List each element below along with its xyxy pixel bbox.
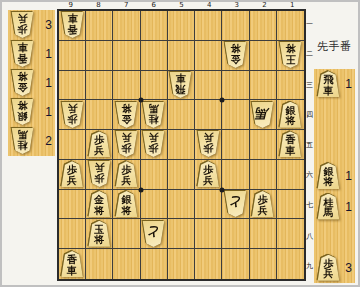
piece-kanji: 金: [122, 113, 132, 124]
piece-face: 歩兵: [142, 131, 165, 157]
sente-piece-玉将: 玉将: [88, 221, 111, 247]
gote-piece-歩兵: 歩兵: [88, 161, 111, 187]
sente-hand-slot-歩兵[interactable]: 歩兵3: [314, 252, 355, 283]
file-label-8: 8: [85, 2, 113, 9]
gote-piece-馬: 馬: [251, 102, 274, 128]
piece-kanji: 車: [18, 42, 28, 53]
piece-kanji: 将: [18, 100, 28, 111]
rank-label-1: 一: [305, 9, 314, 39]
hand-count: 1: [45, 105, 52, 119]
cell-8-1[interactable]: [86, 11, 113, 41]
piece-kanji: 兵: [67, 103, 77, 114]
cell-4-8[interactable]: [195, 219, 222, 249]
cell-8-6[interactable]: 歩兵: [86, 160, 113, 190]
piece-kanji: 将: [285, 116, 295, 127]
piece-kanji: 兵: [122, 176, 132, 187]
piece-kanji: 車: [67, 13, 77, 24]
sente-piece-香車: 香車: [61, 251, 84, 277]
cell-4-9[interactable]: [195, 249, 222, 279]
cell-2-7[interactable]: 歩兵: [250, 190, 277, 220]
sente-piece-歩兵: 歩兵: [61, 161, 84, 187]
cell-5-5[interactable]: [168, 130, 195, 160]
hand-count: 2: [45, 134, 52, 148]
gote-hand-slot-桂馬[interactable]: 桂馬2: [8, 127, 55, 156]
piece-face: 飛車: [169, 72, 192, 98]
cell-8-2[interactable]: [86, 41, 113, 71]
cell-6-8[interactable]: と: [141, 219, 168, 249]
piece-kanji: と: [229, 192, 242, 212]
gote-piece-飛車: 飛車: [169, 72, 192, 98]
sente-piece-桂馬: 桂馬: [317, 194, 340, 220]
cell-3-1[interactable]: [222, 11, 249, 41]
piece-face: 金将: [115, 102, 138, 128]
cell-9-1[interactable]: 香車: [59, 11, 86, 41]
cell-8-4[interactable]: [86, 100, 113, 130]
gote-piece-と: と: [224, 191, 247, 217]
sente-hand-slot-empty-1: [314, 100, 355, 131]
cell-2-9[interactable]: [250, 249, 277, 279]
cell-9-4[interactable]: 歩兵: [59, 100, 86, 130]
rank-label-3: 三: [305, 69, 314, 99]
piece-kanji: 車: [285, 146, 295, 157]
hand-count: 1: [345, 200, 352, 214]
sente-hand-slot-empty-5: [314, 222, 355, 253]
sente-piece-歩兵: 歩兵: [317, 255, 340, 281]
sente-hand-tray: 飛車1銀将1桂馬1歩兵3: [314, 69, 355, 283]
cell-8-3[interactable]: [86, 71, 113, 101]
piece-kanji: 銀: [122, 195, 132, 206]
piece-face: と: [142, 221, 165, 247]
cell-3-3[interactable]: [222, 71, 249, 101]
file-label-5: 5: [168, 2, 196, 9]
piece-kanji: 馬: [324, 208, 334, 219]
piece-kanji: 兵: [94, 146, 104, 157]
piece-face: 香車: [61, 251, 84, 277]
cell-1-6[interactable]: [277, 160, 304, 190]
turn-indicator: 先手番: [317, 39, 359, 54]
piece-kanji: 将: [94, 235, 104, 246]
piece-kanji: 兵: [149, 132, 159, 143]
hand-count: 3: [45, 18, 52, 32]
piece-kanji: 馬: [256, 103, 269, 123]
hand-count: 1: [45, 47, 52, 61]
cell-3-4[interactable]: [222, 100, 249, 130]
piece-face: 馬: [251, 102, 274, 128]
cell-4-7[interactable]: [195, 190, 222, 220]
piece-face: 歩兵: [61, 102, 84, 128]
piece-kanji: 桂: [149, 113, 159, 124]
sente-piece-香車: 香車: [279, 131, 302, 157]
cell-1-3[interactable]: [277, 71, 304, 101]
piece-face: 銀将: [317, 163, 340, 189]
piece-kanji: 飛: [176, 83, 186, 94]
cell-4-5[interactable]: 歩兵: [195, 130, 222, 160]
cell-9-5[interactable]: [59, 130, 86, 160]
file-labels: 987654321: [57, 2, 306, 9]
cell-7-2[interactable]: [113, 41, 140, 71]
piece-face: 王将: [279, 42, 302, 68]
piece-kanji: 馬: [18, 129, 28, 140]
cell-3-6[interactable]: [222, 160, 249, 190]
rank-label-2: 二: [305, 39, 314, 69]
piece-kanji: 兵: [18, 13, 28, 24]
cell-6-4[interactable]: 桂馬: [141, 100, 168, 130]
piece-face: 飛車: [317, 71, 340, 97]
piece-face: 玉将: [88, 221, 111, 247]
piece-kanji: 歩: [149, 143, 159, 154]
piece-kanji: 歩: [122, 143, 132, 154]
piece-kanji: 兵: [122, 132, 132, 143]
cell-5-9[interactable]: [168, 249, 195, 279]
file-label-3: 3: [223, 2, 251, 9]
gote-piece-金将: 金将: [224, 42, 247, 68]
sente-piece-銀将: 銀将: [115, 191, 138, 217]
sente-hand-slot-飛車[interactable]: 飛車1: [314, 69, 355, 100]
cell-2-2[interactable]: [250, 41, 277, 71]
piece-kanji: 銀: [18, 111, 28, 122]
cell-3-7[interactable]: と: [222, 190, 249, 220]
file-label-7: 7: [112, 2, 140, 9]
piece-kanji: 歩: [258, 195, 268, 206]
sente-piece-歩兵: 歩兵: [197, 161, 220, 187]
rank-label-4: 四: [305, 100, 314, 130]
file-label-4: 4: [195, 2, 223, 9]
hand-count: 1: [345, 77, 352, 91]
piece-face: と: [224, 191, 247, 217]
cell-3-2[interactable]: 金将: [222, 41, 249, 71]
cell-7-4[interactable]: 金将: [113, 100, 140, 130]
cell-9-2[interactable]: [59, 41, 86, 71]
sente-piece-金将: 金将: [88, 191, 111, 217]
gote-piece-金将: 金将: [11, 70, 34, 96]
cell-4-6[interactable]: 歩兵: [195, 160, 222, 190]
gote-hand-tray: 歩兵3香車1金将1銀将1桂馬2: [8, 10, 55, 156]
gote-piece-歩兵: 歩兵: [61, 102, 84, 128]
piece-face: 歩兵: [88, 161, 111, 187]
cell-4-2[interactable]: [195, 41, 222, 71]
cell-1-5[interactable]: 香車: [277, 130, 304, 160]
piece-face: 香車: [11, 41, 34, 67]
piece-kanji: 桂: [18, 140, 28, 151]
sente-hand-slot-empty-2: [314, 130, 355, 161]
cell-5-2[interactable]: [168, 41, 195, 71]
cell-9-8[interactable]: [59, 219, 86, 249]
hoshi-dot: [138, 187, 143, 192]
piece-face: 歩兵: [115, 161, 138, 187]
piece-face: 金将: [88, 191, 111, 217]
cell-5-7[interactable]: [168, 190, 195, 220]
gote-piece-王将: 王将: [279, 42, 302, 68]
piece-kanji: 将: [230, 43, 240, 54]
shogi-board: 香車金将王将飛車歩兵金将桂馬馬銀将歩兵歩兵歩兵歩兵香車歩兵歩兵歩兵歩兵金将銀将と…: [57, 9, 306, 281]
piece-kanji: 歩: [203, 143, 213, 154]
cell-9-9[interactable]: 香車: [59, 249, 86, 279]
cell-7-1[interactable]: [113, 11, 140, 41]
piece-kanji: 兵: [324, 269, 334, 280]
piece-kanji: 将: [122, 103, 132, 114]
cell-1-9[interactable]: [277, 249, 304, 279]
piece-kanji: 兵: [258, 206, 268, 217]
piece-kanji: 兵: [67, 176, 77, 187]
cell-2-8[interactable]: [250, 219, 277, 249]
rank-label-7: 七: [305, 190, 314, 220]
file-label-6: 6: [140, 2, 168, 9]
piece-kanji: 将: [18, 71, 28, 82]
gote-piece-歩兵: 歩兵: [197, 131, 220, 157]
piece-kanji: 兵: [94, 162, 104, 173]
cell-9-3[interactable]: [59, 71, 86, 101]
gote-hand-slot-歩兵[interactable]: 歩兵3: [8, 10, 55, 39]
piece-face: 金将: [11, 70, 34, 96]
sente-piece-歩兵: 歩兵: [115, 161, 138, 187]
piece-kanji: 香: [18, 52, 28, 63]
piece-kanji: 将: [324, 177, 334, 188]
gote-piece-と: と: [142, 221, 165, 247]
cell-1-7[interactable]: [277, 190, 304, 220]
rank-label-8: 八: [305, 221, 314, 251]
cell-6-2[interactable]: [141, 41, 168, 71]
gote-piece-金将: 金将: [115, 102, 138, 128]
gote-hand-slot-銀将[interactable]: 銀将1: [8, 98, 55, 127]
cell-6-3[interactable]: [141, 71, 168, 101]
piece-face: 香車: [61, 12, 84, 38]
cell-5-1[interactable]: [168, 11, 195, 41]
sente-piece-飛車: 飛車: [317, 71, 340, 97]
piece-kanji: 歩: [67, 113, 77, 124]
hand-count: 1: [45, 76, 52, 90]
piece-face: 歩兵: [115, 131, 138, 157]
sente-piece-銀将: 銀将: [279, 102, 302, 128]
cell-6-6[interactable]: [141, 160, 168, 190]
cell-1-1[interactable]: [277, 11, 304, 41]
piece-kanji: 金: [230, 54, 240, 65]
cell-7-5[interactable]: 歩兵: [113, 130, 140, 160]
cell-3-5[interactable]: [222, 130, 249, 160]
sente-piece-歩兵: 歩兵: [251, 191, 274, 217]
cell-6-7[interactable]: [141, 190, 168, 220]
piece-kanji: 王: [285, 54, 295, 65]
piece-face: 金将: [224, 42, 247, 68]
file-label-1: 1: [278, 2, 306, 9]
cell-5-6[interactable]: [168, 160, 195, 190]
gote-piece-銀将: 銀将: [11, 99, 34, 125]
rank-label-9: 九: [305, 251, 314, 281]
cell-4-3[interactable]: [195, 71, 222, 101]
cell-2-4[interactable]: 馬: [250, 100, 277, 130]
cell-7-3[interactable]: [113, 71, 140, 101]
gote-piece-桂馬: 桂馬: [11, 128, 34, 154]
piece-kanji: 金: [18, 81, 28, 92]
sente-hand-slot-銀将[interactable]: 銀将1: [314, 161, 355, 192]
rank-label-6: 六: [305, 160, 314, 190]
cell-2-3[interactable]: [250, 71, 277, 101]
piece-face: 桂馬: [142, 102, 165, 128]
hoshi-dot: [220, 98, 225, 103]
cell-4-1[interactable]: [195, 11, 222, 41]
sente-piece-歩兵: 歩兵: [88, 131, 111, 157]
gote-piece-歩兵: 歩兵: [115, 131, 138, 157]
piece-kanji: 歩: [94, 173, 104, 184]
piece-kanji: 馬: [149, 103, 159, 114]
piece-face: 歩兵: [61, 161, 84, 187]
gote-piece-香車: 香車: [11, 41, 34, 67]
gote-piece-桂馬: 桂馬: [142, 102, 165, 128]
piece-kanji: 将: [94, 206, 104, 217]
piece-face: 桂馬: [317, 194, 340, 220]
cell-1-8[interactable]: [277, 219, 304, 249]
cell-6-9[interactable]: [141, 249, 168, 279]
cell-5-4[interactable]: [168, 100, 195, 130]
piece-face: 香車: [279, 131, 302, 157]
piece-kanji: 車: [324, 86, 334, 97]
gote-piece-歩兵: 歩兵: [142, 131, 165, 157]
cell-4-4[interactable]: [195, 100, 222, 130]
hoshi-dot: [138, 98, 143, 103]
cell-8-5[interactable]: 歩兵: [86, 130, 113, 160]
rank-label-5: 五: [305, 130, 314, 160]
file-label-2: 2: [251, 2, 279, 9]
piece-kanji: 兵: [203, 132, 213, 143]
cell-3-8[interactable]: [222, 219, 249, 249]
piece-face: 銀将: [11, 99, 34, 125]
sente-hand-slot-桂馬[interactable]: 桂馬1: [314, 191, 355, 222]
piece-kanji: と: [147, 222, 160, 242]
piece-kanji: 将: [285, 43, 295, 54]
cell-6-1[interactable]: [141, 11, 168, 41]
cell-8-7[interactable]: 金将: [86, 190, 113, 220]
gote-piece-香車: 香車: [61, 12, 84, 38]
cell-8-9[interactable]: [86, 249, 113, 279]
rank-labels: 一二三四五六七八九: [305, 9, 314, 281]
hoshi-dot: [220, 187, 225, 192]
cell-2-5[interactable]: [250, 130, 277, 160]
piece-face: 歩兵: [317, 255, 340, 281]
cell-1-2[interactable]: 王将: [277, 41, 304, 71]
cell-7-9[interactable]: [113, 249, 140, 279]
piece-kanji: 香: [67, 24, 77, 35]
piece-face: 銀将: [115, 191, 138, 217]
cell-2-6[interactable]: [250, 160, 277, 190]
gote-hand-slot-金将[interactable]: 金将1: [8, 68, 55, 97]
hand-count: 1: [345, 169, 352, 183]
cell-8-8[interactable]: 玉将: [86, 219, 113, 249]
sente-piece-銀将: 銀将: [317, 163, 340, 189]
cell-2-1[interactable]: [250, 11, 277, 41]
gote-piece-歩兵: 歩兵: [11, 12, 34, 38]
cell-1-4[interactable]: 銀将: [277, 100, 304, 130]
cell-7-8[interactable]: [113, 219, 140, 249]
piece-face: 銀将: [279, 102, 302, 128]
shogi-diagram: 987654321 香車金将王将飛車歩兵金将桂馬馬銀将歩兵歩兵歩兵歩兵香車歩兵歩…: [0, 0, 360, 287]
cell-9-6[interactable]: 歩兵: [59, 160, 86, 190]
piece-kanji: 将: [122, 206, 132, 217]
cell-5-8[interactable]: [168, 219, 195, 249]
piece-kanji: 金: [94, 195, 104, 206]
cell-7-7[interactable]: 銀将: [113, 190, 140, 220]
gote-hand-slot-香車[interactable]: 香車1: [8, 39, 55, 68]
cell-6-5[interactable]: 歩兵: [141, 130, 168, 160]
piece-kanji: 兵: [203, 176, 213, 187]
piece-face: 歩兵: [251, 191, 274, 217]
piece-face: 歩兵: [88, 131, 111, 157]
file-label-9: 9: [57, 2, 85, 9]
piece-kanji: 車: [176, 73, 186, 84]
cell-7-6[interactable]: 歩兵: [113, 160, 140, 190]
piece-face: 桂馬: [11, 128, 34, 154]
cell-9-7[interactable]: [59, 190, 86, 220]
cell-5-3[interactable]: 飛車: [168, 71, 195, 101]
piece-face: 歩兵: [11, 12, 34, 38]
piece-kanji: 車: [67, 266, 77, 277]
cell-3-9[interactable]: [222, 249, 249, 279]
piece-face: 歩兵: [197, 131, 220, 157]
piece-face: 歩兵: [197, 161, 220, 187]
hand-count: 3: [345, 261, 352, 275]
piece-kanji: 歩: [18, 23, 28, 34]
